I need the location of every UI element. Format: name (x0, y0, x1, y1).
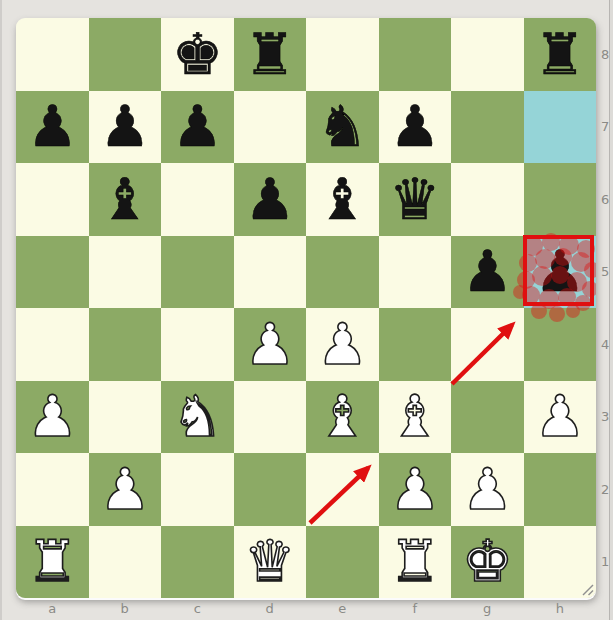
square-a8[interactable] (16, 18, 89, 91)
white-king[interactable]: ♚ (462, 533, 513, 590)
square-b8[interactable] (89, 18, 162, 91)
square-g8[interactable] (451, 18, 524, 91)
black-pawn[interactable]: ♟ (534, 243, 585, 300)
square-f3[interactable]: ♝ (379, 381, 452, 454)
square-a5[interactable] (16, 236, 89, 309)
white-queen[interactable]: ♛ (244, 533, 295, 590)
square-d8[interactable]: ♜ (234, 18, 307, 91)
square-c7[interactable]: ♟ (161, 91, 234, 164)
square-h5[interactable]: ♟ (524, 236, 597, 309)
square-b5[interactable] (89, 236, 162, 309)
square-b3[interactable] (89, 381, 162, 454)
square-e8[interactable] (306, 18, 379, 91)
black-bishop[interactable]: ♝ (317, 171, 368, 228)
rank-label-1: 1 (599, 526, 612, 599)
file-label-b: b (89, 601, 162, 617)
white-rook[interactable]: ♜ (389, 533, 440, 590)
black-king[interactable]: ♚ (172, 26, 223, 83)
white-bishop[interactable]: ♝ (389, 388, 440, 445)
square-a3[interactable]: ♟ (16, 381, 89, 454)
file-labels: abcdefgh (16, 601, 596, 617)
file-label-e: e (306, 601, 379, 617)
square-e7[interactable]: ♞ (306, 91, 379, 164)
white-pawn[interactable]: ♟ (534, 388, 585, 445)
square-e1[interactable] (306, 526, 379, 599)
black-queen[interactable]: ♛ (389, 171, 440, 228)
square-e6[interactable]: ♝ (306, 163, 379, 236)
file-label-d: d (234, 601, 307, 617)
square-d2[interactable] (234, 453, 307, 526)
white-pawn[interactable]: ♟ (99, 461, 150, 518)
white-rook[interactable]: ♜ (27, 533, 78, 590)
square-b4[interactable] (89, 308, 162, 381)
black-rook[interactable]: ♜ (244, 26, 295, 83)
square-g1[interactable]: ♚ (451, 526, 524, 599)
square-d4[interactable]: ♟ (234, 308, 307, 381)
square-c6[interactable] (161, 163, 234, 236)
square-g2[interactable]: ♟ (451, 453, 524, 526)
resize-handle[interactable] (581, 583, 594, 596)
file-label-g: g (451, 601, 524, 617)
square-f8[interactable] (379, 18, 452, 91)
square-f1[interactable]: ♜ (379, 526, 452, 599)
black-rook[interactable]: ♜ (534, 26, 585, 83)
square-a1[interactable]: ♜ (16, 526, 89, 599)
rank-label-2: 2 (599, 453, 612, 526)
white-pawn[interactable]: ♟ (317, 316, 368, 373)
rank-label-6: 6 (599, 163, 612, 236)
square-f2[interactable]: ♟ (379, 453, 452, 526)
square-d5[interactable] (234, 236, 307, 309)
board-grid: ♚♜♜♟♟♟♞♟♝♟♝♛♟♟♟♟♟♞♝♝♟♟♟♟♜♛♜♚ (16, 18, 596, 598)
square-f4[interactable] (379, 308, 452, 381)
square-c8[interactable]: ♚ (161, 18, 234, 91)
black-pawn[interactable]: ♟ (27, 98, 78, 155)
rank-label-8: 8 (599, 18, 612, 91)
square-e3[interactable]: ♝ (306, 381, 379, 454)
rank-label-3: 3 (599, 381, 612, 454)
square-b2[interactable]: ♟ (89, 453, 162, 526)
file-label-f: f (379, 601, 452, 617)
square-b7[interactable]: ♟ (89, 91, 162, 164)
square-e2[interactable] (306, 453, 379, 526)
square-h7[interactable] (524, 91, 597, 164)
white-pawn[interactable]: ♟ (27, 388, 78, 445)
square-c5[interactable] (161, 236, 234, 309)
window-left-edge (0, 0, 2, 620)
black-bishop[interactable]: ♝ (99, 171, 150, 228)
square-e4[interactable]: ♟ (306, 308, 379, 381)
rank-labels: 87654321 (599, 18, 612, 598)
black-knight[interactable]: ♞ (317, 98, 368, 155)
black-pawn[interactable]: ♟ (389, 98, 440, 155)
square-f6[interactable]: ♛ (379, 163, 452, 236)
file-label-c: c (161, 601, 234, 617)
square-c4[interactable] (161, 308, 234, 381)
square-g3[interactable] (451, 381, 524, 454)
square-d1[interactable]: ♛ (234, 526, 307, 599)
black-pawn[interactable]: ♟ (244, 171, 295, 228)
square-d7[interactable] (234, 91, 307, 164)
square-g5[interactable]: ♟ (451, 236, 524, 309)
rank-label-5: 5 (599, 236, 612, 309)
rank-label-7: 7 (599, 91, 612, 164)
square-h2[interactable] (524, 453, 597, 526)
rank-label-4: 4 (599, 308, 612, 381)
file-label-h: h (524, 601, 597, 617)
square-g6[interactable] (451, 163, 524, 236)
square-b6[interactable]: ♝ (89, 163, 162, 236)
black-pawn[interactable]: ♟ (462, 243, 513, 300)
square-d3[interactable] (234, 381, 307, 454)
square-g4[interactable] (451, 308, 524, 381)
white-bishop[interactable]: ♝ (317, 388, 368, 445)
chess-board: ♚♜♜♟♟♟♞♟♝♟♝♛♟♟♟♟♟♞♝♝♟♟♟♟♜♛♜♚ (16, 18, 596, 598)
square-b1[interactable] (89, 526, 162, 599)
black-pawn[interactable]: ♟ (99, 98, 150, 155)
white-pawn[interactable]: ♟ (244, 316, 295, 373)
square-c2[interactable] (161, 453, 234, 526)
white-pawn[interactable]: ♟ (462, 461, 513, 518)
square-a7[interactable]: ♟ (16, 91, 89, 164)
app-window: ♚♜♜♟♟♟♞♟♝♟♝♛♟♟♟♟♟♞♝♝♟♟♟♟♜♛♜♚ (0, 0, 613, 620)
square-h8[interactable]: ♜ (524, 18, 597, 91)
square-a6[interactable] (16, 163, 89, 236)
square-g7[interactable] (451, 91, 524, 164)
square-c1[interactable] (161, 526, 234, 599)
square-d6[interactable]: ♟ (234, 163, 307, 236)
square-h6[interactable] (524, 163, 597, 236)
white-knight[interactable]: ♞ (172, 388, 223, 445)
square-e5[interactable] (306, 236, 379, 309)
square-f7[interactable]: ♟ (379, 91, 452, 164)
square-f5[interactable] (379, 236, 452, 309)
square-a2[interactable] (16, 453, 89, 526)
black-pawn[interactable]: ♟ (172, 98, 223, 155)
square-h3[interactable]: ♟ (524, 381, 597, 454)
square-h4[interactable] (524, 308, 597, 381)
square-a4[interactable] (16, 308, 89, 381)
file-label-a: a (16, 601, 89, 617)
square-c3[interactable]: ♞ (161, 381, 234, 454)
white-pawn[interactable]: ♟ (389, 461, 440, 518)
